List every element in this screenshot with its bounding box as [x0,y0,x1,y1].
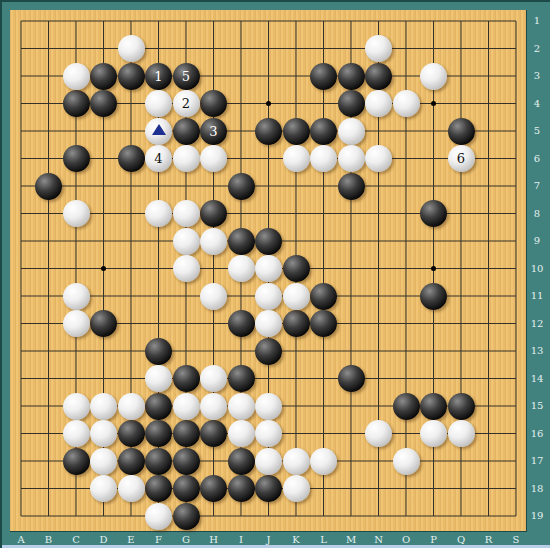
black-stone [228,475,255,502]
white-stone [63,283,90,310]
black-stone [90,63,117,90]
black-stone [118,448,145,475]
black-stone [145,393,172,420]
black-stone [420,200,447,227]
star-point [431,101,436,106]
move-number-label: 6 [448,145,475,172]
col-label: H [206,535,222,545]
black-stone [393,393,420,420]
black-stone [63,145,90,172]
black-stone [255,475,282,502]
white-stone [173,200,200,227]
row-label: 11 [528,291,546,301]
black-stone [145,420,172,447]
white-stone [90,448,117,475]
black-stone [118,420,145,447]
white-stone [200,145,227,172]
col-label: C [68,535,84,545]
black-stone [283,118,310,145]
white-stone [283,475,310,502]
white-stone [118,393,145,420]
black-stone [338,90,365,117]
black-stone [365,63,392,90]
black-stone [173,365,200,392]
black-stone [255,228,282,255]
col-label: D [96,535,112,545]
white-stone [200,283,227,310]
white-stone [255,448,282,475]
white-stone [393,448,420,475]
col-label: Q [453,535,469,545]
black-stone [283,310,310,337]
black-stone [145,448,172,475]
row-label: 19 [528,511,546,521]
star-point [431,266,436,271]
white-stone [63,200,90,227]
white-stone [145,365,172,392]
row-label: 18 [528,484,546,494]
white-stone [90,475,117,502]
white-stone [228,255,255,282]
row-label: 2 [528,44,546,54]
white-stone [228,393,255,420]
white-stone [145,200,172,227]
black-stone [173,420,200,447]
white-stone [173,393,200,420]
black-stone [200,420,227,447]
white-stone [228,420,255,447]
black-stone [283,255,310,282]
white-stone [255,420,282,447]
white-stone [63,393,90,420]
white-stone [310,448,337,475]
black-stone [200,475,227,502]
row-label: 15 [528,401,546,411]
black-stone [200,90,227,117]
black-stone [173,475,200,502]
black-stone [310,63,337,90]
row-label: 14 [528,374,546,384]
white-stone [145,90,172,117]
col-label: S [508,535,524,545]
black-stone [448,118,475,145]
row-label: 9 [528,236,546,246]
white-stone [393,90,420,117]
white-stone [200,365,227,392]
black-stone [90,90,117,117]
white-stone [145,503,172,530]
black-stone [228,365,255,392]
black-stone [310,283,337,310]
col-label: F [151,535,167,545]
black-stone [228,173,255,200]
white-stone [365,90,392,117]
black-stone [173,118,200,145]
black-stone [255,338,282,365]
white-stone [283,145,310,172]
row-label: 17 [528,456,546,466]
black-stone [145,475,172,502]
col-label: P [426,535,442,545]
black-stone [173,503,200,530]
go-diagram: 123456 ABCDEFGHIJKLMNOPQRS 1234567891011… [0,0,550,548]
white-stone [173,145,200,172]
white-stone [63,310,90,337]
black-stone [118,63,145,90]
row-label: 16 [528,429,546,439]
star-point [266,101,271,106]
white-stone [118,475,145,502]
col-label: A [13,535,29,545]
black-stone [338,365,365,392]
col-label: E [123,535,139,545]
move-number-label: 2 [173,90,200,117]
row-label: 4 [528,99,546,109]
col-label: I [233,535,249,545]
move-number-label: 4 [145,145,172,172]
white-stone [420,420,447,447]
row-label: 5 [528,126,546,136]
black-stone [310,118,337,145]
move-number-label: 1 [145,63,172,90]
row-label: 13 [528,346,546,356]
col-label: L [316,535,332,545]
col-label: R [481,535,497,545]
black-stone [228,310,255,337]
star-point [101,266,106,271]
black-stone [145,338,172,365]
white-stone [365,145,392,172]
black-stone [63,448,90,475]
black-stone [63,90,90,117]
black-stone [420,283,447,310]
black-stone [35,173,62,200]
row-label: 1 [528,16,546,26]
col-label: G [178,535,194,545]
black-stone [420,393,447,420]
white-stone [338,118,365,145]
col-label: O [398,535,414,545]
white-stone [338,145,365,172]
col-label: J [261,535,277,545]
black-stone [310,310,337,337]
white-stone [255,283,282,310]
move-number-label: 3 [200,118,227,145]
white-stone [200,393,227,420]
white-stone [283,283,310,310]
black-stone [90,310,117,337]
black-stone [228,448,255,475]
white-stone [90,420,117,447]
black-stone [338,173,365,200]
col-label: N [371,535,387,545]
white-stone [255,310,282,337]
white-stone [255,393,282,420]
white-stone [90,393,117,420]
black-stone [448,393,475,420]
black-stone [338,63,365,90]
white-stone [118,35,145,62]
black-stone [200,200,227,227]
triangle-marker [152,124,166,135]
row-label: 10 [528,264,546,274]
white-stone [63,420,90,447]
col-label: B [41,535,57,545]
black-stone [173,448,200,475]
white-stone [420,63,447,90]
row-label: 3 [528,71,546,81]
black-stone [255,118,282,145]
white-stone [63,63,90,90]
white-stone [310,145,337,172]
white-stone [255,255,282,282]
white-stone [173,228,200,255]
row-label: 6 [528,154,546,164]
row-label: 8 [528,209,546,219]
col-label: K [288,535,304,545]
white-stone [448,420,475,447]
black-stone [118,145,145,172]
white-stone [365,35,392,62]
black-stone [228,228,255,255]
row-label: 12 [528,319,546,329]
white-stone [283,448,310,475]
white-stone [200,228,227,255]
white-stone [365,420,392,447]
move-number-label: 5 [173,63,200,90]
white-stone [173,255,200,282]
row-label: 7 [528,181,546,191]
col-label: M [343,535,359,545]
